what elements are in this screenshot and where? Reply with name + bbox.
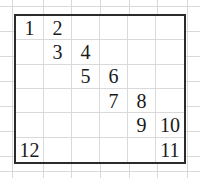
cell-r4c3[interactable] [72, 89, 100, 113]
sheet-gridline-vertical [12, 0, 13, 178]
cell-r3c1[interactable] [16, 65, 44, 89]
cell-r2c3[interactable]: 4 [72, 40, 100, 64]
cell-r4c6[interactable] [156, 89, 184, 113]
cell-r6c4[interactable] [100, 138, 128, 162]
cell-r2c4[interactable] [100, 40, 128, 64]
cell-r4c5[interactable]: 8 [128, 89, 156, 113]
cell-r3c6[interactable] [156, 65, 184, 89]
cell-r1c2[interactable]: 2 [44, 16, 72, 40]
cell-r6c3[interactable] [72, 138, 100, 162]
cell-r6c1[interactable]: 12 [16, 138, 44, 162]
cell-r3c4[interactable]: 6 [100, 65, 128, 89]
cell-r3c3[interactable]: 5 [72, 65, 100, 89]
cell-r1c3[interactable] [72, 16, 100, 40]
cell-r5c5[interactable]: 9 [128, 113, 156, 137]
cell-r5c3[interactable] [72, 113, 100, 137]
cell-r1c4[interactable] [100, 16, 128, 40]
cell-r5c1[interactable] [16, 113, 44, 137]
cell-r4c1[interactable] [16, 89, 44, 113]
cell-r3c2[interactable] [44, 65, 72, 89]
cell-r4c2[interactable] [44, 89, 72, 113]
cell-r2c6[interactable] [156, 40, 184, 64]
spreadsheet-canvas: 123456789101211 [0, 0, 200, 178]
cell-r6c6[interactable]: 11 [156, 138, 184, 162]
cell-r2c1[interactable] [16, 40, 44, 64]
cell-r6c2[interactable] [44, 138, 72, 162]
cell-r2c2[interactable]: 3 [44, 40, 72, 64]
sheet-gridline-horizontal [0, 171, 200, 172]
sheet-gridline-horizontal [0, 6, 200, 7]
cell-r5c6[interactable]: 10 [156, 113, 184, 137]
cell-r5c2[interactable] [44, 113, 72, 137]
cell-r2c5[interactable] [128, 40, 156, 64]
cell-r6c5[interactable] [128, 138, 156, 162]
cell-r4c4[interactable]: 7 [100, 89, 128, 113]
cell-r1c1[interactable]: 1 [16, 16, 44, 40]
sheet-gridline-vertical [187, 0, 188, 178]
puzzle-board: 123456789101211 [14, 14, 186, 164]
cell-r1c5[interactable] [128, 16, 156, 40]
cell-r1c6[interactable] [156, 16, 184, 40]
cell-r5c4[interactable] [100, 113, 128, 137]
cell-r3c5[interactable] [128, 65, 156, 89]
